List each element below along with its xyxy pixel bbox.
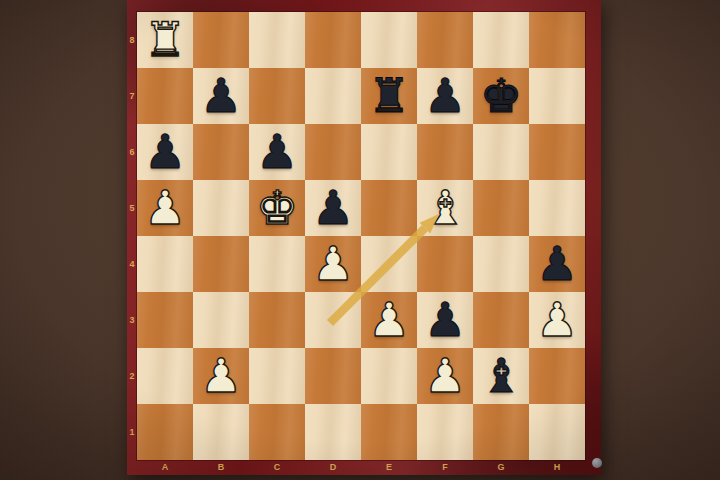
square-e6[interactable] [361, 124, 417, 180]
square-c3[interactable] [249, 292, 305, 348]
square-b1[interactable] [193, 404, 249, 460]
rank-label-7: 7 [127, 68, 137, 124]
white-pawn-b2[interactable]: ♟ [193, 348, 249, 404]
square-e1[interactable] [361, 404, 417, 460]
square-e2[interactable] [361, 348, 417, 404]
square-b8[interactable] [193, 12, 249, 68]
square-e7[interactable]: ♜ [361, 68, 417, 124]
black-pawn-d5[interactable]: ♟ [305, 180, 361, 236]
white-rook-a8[interactable]: ♜ [137, 12, 193, 68]
square-a3[interactable] [137, 292, 193, 348]
white-pawn-d4[interactable]: ♟ [305, 236, 361, 292]
rank-label-2: 2 [127, 348, 137, 404]
square-b6[interactable] [193, 124, 249, 180]
square-f1[interactable] [417, 404, 473, 460]
file-label-g: G [473, 460, 529, 475]
square-d5[interactable]: ♟ [305, 180, 361, 236]
square-g4[interactable] [473, 236, 529, 292]
black-pawn-h4[interactable]: ♟ [529, 236, 585, 292]
white-pawn-f2[interactable]: ♟ [417, 348, 473, 404]
square-f6[interactable] [417, 124, 473, 180]
square-d6[interactable] [305, 124, 361, 180]
square-e5[interactable] [361, 180, 417, 236]
black-pawn-b7[interactable]: ♟ [193, 68, 249, 124]
white-pawn-h3[interactable]: ♟ [529, 292, 585, 348]
rank-label-1: 1 [127, 404, 137, 460]
square-b5[interactable] [193, 180, 249, 236]
square-f3[interactable]: ♟ [417, 292, 473, 348]
white-king-c5[interactable]: ♚ [249, 180, 305, 236]
square-c5[interactable]: ♚ [249, 180, 305, 236]
square-d3[interactable] [305, 292, 361, 348]
file-label-h: H [529, 460, 585, 475]
square-c2[interactable] [249, 348, 305, 404]
rank-label-6: 6 [127, 124, 137, 180]
square-h5[interactable] [529, 180, 585, 236]
square-f5[interactable]: ♝ [417, 180, 473, 236]
square-a5[interactable]: ♟ [137, 180, 193, 236]
square-a6[interactable]: ♟ [137, 124, 193, 180]
square-g6[interactable] [473, 124, 529, 180]
black-pawn-a6[interactable]: ♟ [137, 124, 193, 180]
square-a4[interactable] [137, 236, 193, 292]
square-e4[interactable] [361, 236, 417, 292]
square-f4[interactable] [417, 236, 473, 292]
square-c7[interactable] [249, 68, 305, 124]
square-a7[interactable] [137, 68, 193, 124]
white-pawn-a5[interactable]: ♟ [137, 180, 193, 236]
square-b4[interactable] [193, 236, 249, 292]
rank-label-8: 8 [127, 12, 137, 68]
square-g7[interactable]: ♚ [473, 68, 529, 124]
square-b7[interactable]: ♟ [193, 68, 249, 124]
white-pawn-e3[interactable]: ♟ [361, 292, 417, 348]
gray-dot-indicator [592, 458, 602, 468]
file-label-e: E [361, 460, 417, 475]
square-h8[interactable] [529, 12, 585, 68]
rank-label-5: 5 [127, 180, 137, 236]
black-pawn-f7[interactable]: ♟ [417, 68, 473, 124]
square-f8[interactable] [417, 12, 473, 68]
square-c4[interactable] [249, 236, 305, 292]
square-b2[interactable]: ♟ [193, 348, 249, 404]
square-c8[interactable] [249, 12, 305, 68]
black-pawn-c6[interactable]: ♟ [249, 124, 305, 180]
white-bishop-f5[interactable]: ♝ [417, 180, 473, 236]
file-label-d: D [305, 460, 361, 475]
square-g8[interactable] [473, 12, 529, 68]
square-h7[interactable] [529, 68, 585, 124]
square-c6[interactable]: ♟ [249, 124, 305, 180]
file-label-c: C [249, 460, 305, 475]
black-king-g7[interactable]: ♚ [473, 68, 529, 124]
square-d4[interactable]: ♟ [305, 236, 361, 292]
square-g2[interactable]: ♝ [473, 348, 529, 404]
file-label-b: B [193, 460, 249, 475]
square-g1[interactable] [473, 404, 529, 460]
square-a1[interactable] [137, 404, 193, 460]
square-d8[interactable] [305, 12, 361, 68]
square-b3[interactable] [193, 292, 249, 348]
square-d1[interactable] [305, 404, 361, 460]
square-h1[interactable] [529, 404, 585, 460]
chess-board: ♜♟♜♟♚♟♟♟♚♟♝♟♟♟♟♟♟♟♝ [137, 12, 585, 460]
square-c1[interactable] [249, 404, 305, 460]
square-e3[interactable]: ♟ [361, 292, 417, 348]
square-g3[interactable] [473, 292, 529, 348]
black-bishop-g2[interactable]: ♝ [473, 348, 529, 404]
square-e8[interactable] [361, 12, 417, 68]
file-label-a: A [137, 460, 193, 475]
file-label-f: F [417, 460, 473, 475]
black-pawn-f3[interactable]: ♟ [417, 292, 473, 348]
square-a8[interactable]: ♜ [137, 12, 193, 68]
black-rook-e7[interactable]: ♜ [361, 68, 417, 124]
square-h6[interactable] [529, 124, 585, 180]
square-g5[interactable] [473, 180, 529, 236]
rank-label-3: 3 [127, 292, 137, 348]
square-h3[interactable]: ♟ [529, 292, 585, 348]
square-h4[interactable]: ♟ [529, 236, 585, 292]
square-a2[interactable] [137, 348, 193, 404]
square-f7[interactable]: ♟ [417, 68, 473, 124]
rank-label-4: 4 [127, 236, 137, 292]
square-f2[interactable]: ♟ [417, 348, 473, 404]
square-d2[interactable] [305, 348, 361, 404]
board-frame: ♜♟♜♟♚♟♟♟♚♟♝♟♟♟♟♟♟♟♝ 87654321ABCDEFGH [127, 0, 601, 475]
square-d7[interactable] [305, 68, 361, 124]
square-h2[interactable] [529, 348, 585, 404]
